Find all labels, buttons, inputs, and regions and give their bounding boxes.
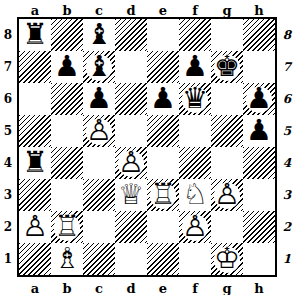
square-a2[interactable]: ♙: [19, 211, 51, 243]
rank-label-left-6: 6: [0, 83, 16, 115]
square-b6[interactable]: [51, 83, 83, 115]
square-f8[interactable]: [179, 19, 211, 51]
square-b5[interactable]: [51, 115, 83, 147]
piece-white-queen-d3[interactable]: ♕: [115, 179, 147, 211]
square-g3[interactable]: ♙: [211, 179, 243, 211]
rank-label-right-3: 3: [279, 179, 295, 211]
piece-black-king-g7[interactable]: ♚: [211, 51, 243, 83]
piece-white-pawn-g3[interactable]: ♙: [211, 179, 243, 211]
rank-label-left-4: 4: [0, 147, 16, 179]
square-h2[interactable]: [243, 211, 275, 243]
square-e5[interactable]: [147, 115, 179, 147]
rank-label-right-1: 1: [279, 243, 295, 275]
file-labels-bottom: abcdefgh: [19, 278, 275, 294]
file-label-bottom-e: e: [147, 281, 179, 295]
square-c7[interactable]: ♝: [83, 51, 115, 83]
rank-labels-right: 87654321: [279, 19, 295, 275]
file-label-bottom-f: f: [179, 281, 211, 295]
square-b3[interactable]: [51, 179, 83, 211]
rank-labels-left: 87654321: [0, 19, 16, 275]
piece-black-pawn-b7[interactable]: ♟: [51, 51, 83, 83]
square-d4[interactable]: ♙: [115, 147, 147, 179]
file-label-bottom-c: c: [83, 281, 115, 295]
square-g1[interactable]: ♔: [211, 243, 243, 275]
square-b2[interactable]: ♖: [51, 211, 83, 243]
square-d2[interactable]: [115, 211, 147, 243]
rank-label-right-4: 4: [279, 147, 295, 179]
square-c1[interactable]: [83, 243, 115, 275]
square-f1[interactable]: [179, 243, 211, 275]
square-g8[interactable]: [211, 19, 243, 51]
square-b7[interactable]: ♟: [51, 51, 83, 83]
piece-black-rook-a4[interactable]: ♜: [19, 147, 51, 179]
piece-black-pawn-h5[interactable]: ♟: [243, 115, 275, 147]
piece-white-king-g1[interactable]: ♔: [211, 243, 243, 275]
piece-black-pawn-f7[interactable]: ♟: [179, 51, 211, 83]
file-label-bottom-a: a: [19, 281, 51, 295]
square-c5[interactable]: ♙: [83, 115, 115, 147]
rank-label-left-2: 2: [0, 211, 16, 243]
square-e8[interactable]: [147, 19, 179, 51]
piece-white-pawn-f2[interactable]: ♙: [179, 211, 211, 243]
square-h7[interactable]: [243, 51, 275, 83]
square-e6[interactable]: ♟: [147, 83, 179, 115]
piece-white-bishop-b1[interactable]: ♗: [51, 243, 83, 275]
square-a3[interactable]: [19, 179, 51, 211]
rank-label-left-3: 3: [0, 179, 16, 211]
square-c8[interactable]: ♝: [83, 19, 115, 51]
square-g7[interactable]: ♚: [211, 51, 243, 83]
square-a6[interactable]: [19, 83, 51, 115]
piece-black-rook-a8[interactable]: ♜: [19, 19, 51, 51]
square-a4[interactable]: ♜: [19, 147, 51, 179]
square-f7[interactable]: ♟: [179, 51, 211, 83]
square-d8[interactable]: [115, 19, 147, 51]
square-a7[interactable]: [19, 51, 51, 83]
square-c3[interactable]: [83, 179, 115, 211]
square-h4[interactable]: [243, 147, 275, 179]
square-e1[interactable]: [147, 243, 179, 275]
piece-black-queen-f6[interactable]: ♛: [179, 83, 211, 115]
square-d6[interactable]: [115, 83, 147, 115]
square-h3[interactable]: [243, 179, 275, 211]
square-e3[interactable]: ♖: [147, 179, 179, 211]
chess-diagram: abcdefgh 87654321 ♜♝♟♝♟♚♟♟♛♟♙♟♜♙♕♖♘♙♙♖♙♗…: [0, 0, 295, 295]
rank-label-left-7: 7: [0, 51, 16, 83]
rank-label-right-2: 2: [279, 211, 295, 243]
square-h1[interactable]: [243, 243, 275, 275]
square-h6[interactable]: ♟: [243, 83, 275, 115]
square-c6[interactable]: ♟: [83, 83, 115, 115]
square-c4[interactable]: [83, 147, 115, 179]
rank-label-left-8: 8: [0, 19, 16, 51]
square-f5[interactable]: [179, 115, 211, 147]
file-label-bottom-h: h: [243, 281, 275, 295]
square-d3[interactable]: ♕: [115, 179, 147, 211]
file-label-bottom-d: d: [115, 281, 147, 295]
square-a1[interactable]: [19, 243, 51, 275]
square-b8[interactable]: [51, 19, 83, 51]
square-d1[interactable]: [115, 243, 147, 275]
square-f2[interactable]: ♙: [179, 211, 211, 243]
file-labels-top: abcdefgh: [19, 0, 275, 16]
file-label-bottom-g: g: [211, 281, 243, 295]
piece-black-pawn-e6[interactable]: ♟: [147, 83, 179, 115]
piece-white-rook-e3[interactable]: ♖: [147, 179, 179, 211]
square-d5[interactable]: [115, 115, 147, 147]
square-c2[interactable]: [83, 211, 115, 243]
square-g5[interactable]: [211, 115, 243, 147]
square-a8[interactable]: ♜: [19, 19, 51, 51]
piece-black-bishop-c8[interactable]: ♝: [83, 19, 115, 51]
square-f3[interactable]: ♘: [179, 179, 211, 211]
piece-white-pawn-d4[interactable]: ♙: [115, 147, 147, 179]
square-f6[interactable]: ♛: [179, 83, 211, 115]
file-label-bottom-b: b: [51, 281, 83, 295]
square-g6[interactable]: [211, 83, 243, 115]
square-g4[interactable]: [211, 147, 243, 179]
square-h8[interactable]: [243, 19, 275, 51]
rank-label-right-6: 6: [279, 83, 295, 115]
rank-label-left-5: 5: [0, 115, 16, 147]
rank-label-right-7: 7: [279, 51, 295, 83]
square-g2[interactable]: [211, 211, 243, 243]
rank-label-left-1: 1: [0, 243, 16, 275]
square-b1[interactable]: ♗: [51, 243, 83, 275]
piece-white-pawn-c5[interactable]: ♙: [83, 115, 115, 147]
square-d7[interactable]: [115, 51, 147, 83]
piece-white-pawn-a2[interactable]: ♙: [19, 211, 51, 243]
square-e4[interactable]: [147, 147, 179, 179]
square-f4[interactable]: [179, 147, 211, 179]
square-h5[interactable]: ♟: [243, 115, 275, 147]
piece-black-pawn-c6[interactable]: ♟: [83, 83, 115, 115]
piece-white-knight-f3[interactable]: ♘: [179, 179, 211, 211]
piece-black-bishop-c7[interactable]: ♝: [83, 51, 115, 83]
board: ♜♝♟♝♟♚♟♟♛♟♙♟♜♙♕♖♘♙♙♖♙♗♔: [17, 17, 277, 277]
piece-black-pawn-h6[interactable]: ♟: [243, 83, 275, 115]
piece-white-rook-b2[interactable]: ♖: [51, 211, 83, 243]
square-e2[interactable]: [147, 211, 179, 243]
square-a5[interactable]: [19, 115, 51, 147]
rank-label-right-8: 8: [279, 19, 295, 51]
square-e7[interactable]: [147, 51, 179, 83]
rank-label-right-5: 5: [279, 115, 295, 147]
square-b4[interactable]: [51, 147, 83, 179]
